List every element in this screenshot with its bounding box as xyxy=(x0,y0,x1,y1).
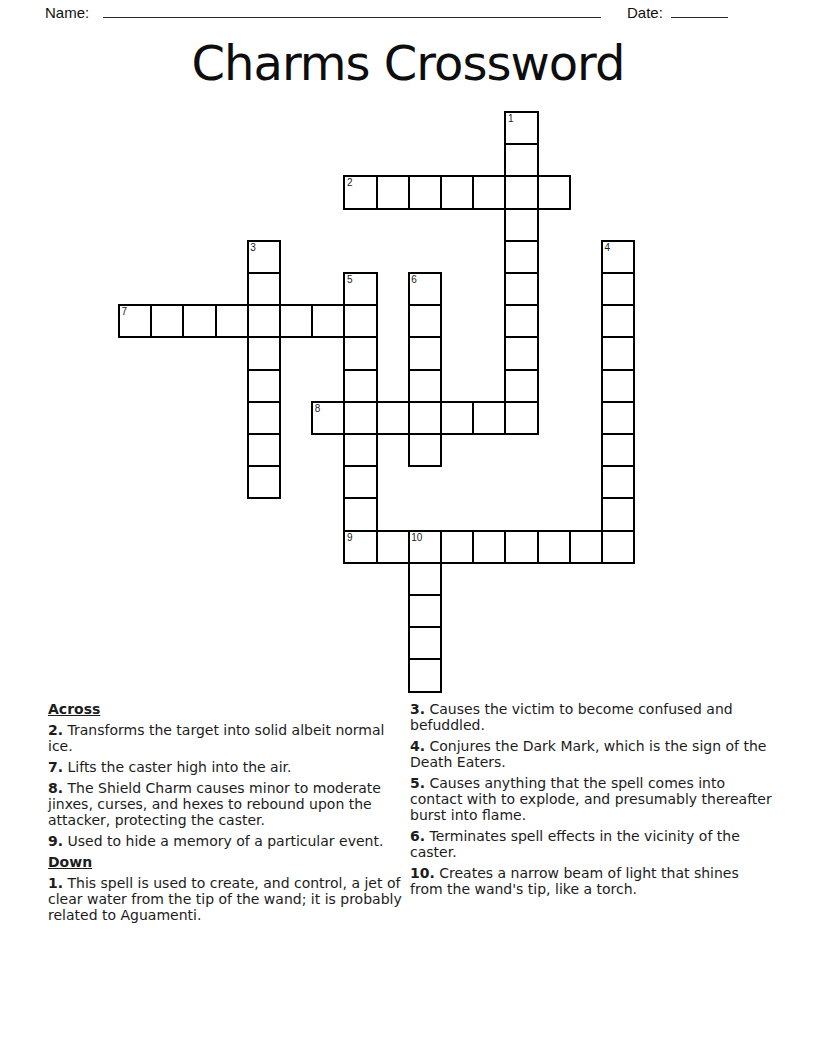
grid-cell-r16c9[interactable] xyxy=(408,626,442,660)
clue-text: Transforms the target into solid albeit … xyxy=(48,722,384,754)
grid-cell-r2c7[interactable] xyxy=(343,175,377,209)
grid-cell-r2c13[interactable] xyxy=(537,175,571,209)
across-heading: Across xyxy=(48,701,408,717)
clue-3: 3. Causes the victim to become confused … xyxy=(410,701,772,733)
grid-cell-r10c9[interactable] xyxy=(408,433,442,467)
clue-number: 10. xyxy=(410,865,435,881)
clue-4: 4. Conjures the Dark Mark, which is the … xyxy=(410,738,772,770)
grid-cell-r6c15[interactable] xyxy=(601,304,635,338)
clue-8: 8. The Shield Charm causes minor to mode… xyxy=(48,780,408,828)
grid-cell-r13c12[interactable] xyxy=(504,530,538,564)
grid-cell-r6c1[interactable] xyxy=(150,304,184,338)
grid-cell-r6c3[interactable] xyxy=(215,304,249,338)
grid-cell-r13c8[interactable] xyxy=(376,530,410,564)
clue-number: 8. xyxy=(48,780,63,796)
name-label: Name: xyxy=(45,4,89,21)
grid-cell-r0c12[interactable] xyxy=(504,111,538,145)
clue-number: 2. xyxy=(48,722,63,738)
grid-cell-r5c9[interactable] xyxy=(408,272,442,306)
grid-cell-r2c8[interactable] xyxy=(376,175,410,209)
grid-cell-r8c12[interactable] xyxy=(504,369,538,403)
page-title: Charms Crossword xyxy=(0,36,816,90)
date-fill-in-line xyxy=(671,16,728,18)
grid-cell-r11c7[interactable] xyxy=(343,465,377,499)
grid-cell-r4c15[interactable] xyxy=(601,240,635,274)
grid-cell-r9c6[interactable] xyxy=(311,401,345,435)
down-clues-list-left: 1. This spell is used to create, and con… xyxy=(48,875,408,923)
clue-text: Used to hide a memory of a particular ev… xyxy=(63,833,383,849)
down-clues-list-right: 3. Causes the victim to become confused … xyxy=(410,701,772,897)
grid-cell-r13c11[interactable] xyxy=(472,530,506,564)
clue-2: 2. Transforms the target into solid albe… xyxy=(48,722,408,754)
across-clues-list: 2. Transforms the target into solid albe… xyxy=(48,722,408,849)
clue-10: 10. Creates a narrow beam of light that … xyxy=(410,865,772,897)
grid-cell-r8c9[interactable] xyxy=(408,369,442,403)
grid-cell-r9c11[interactable] xyxy=(472,401,506,435)
clue-text: Causes the victim to become confused and… xyxy=(410,701,733,733)
grid-cell-r7c7[interactable] xyxy=(343,336,377,370)
clue-text: Lifts the caster high into the air. xyxy=(63,759,291,775)
grid-cell-r6c5[interactable] xyxy=(279,304,313,338)
clue-text: This spell is used to create, and contro… xyxy=(48,875,402,923)
grid-cell-r6c0[interactable] xyxy=(118,304,152,338)
grid-cell-r7c9[interactable] xyxy=(408,336,442,370)
grid-cell-r9c10[interactable] xyxy=(440,401,474,435)
clue-number: 6. xyxy=(410,828,425,844)
grid-cell-r11c15[interactable] xyxy=(601,465,635,499)
grid-cell-r7c4[interactable] xyxy=(247,336,281,370)
grid-cell-r6c9[interactable] xyxy=(408,304,442,338)
grid-cell-r9c8[interactable] xyxy=(376,401,410,435)
grid-cell-r13c15[interactable] xyxy=(601,530,635,564)
grid-cell-r1c12[interactable] xyxy=(504,143,538,177)
grid-cell-r8c7[interactable] xyxy=(343,369,377,403)
grid-cell-r10c4[interactable] xyxy=(247,433,281,467)
grid-cell-r10c7[interactable] xyxy=(343,433,377,467)
name-fill-in-line xyxy=(103,16,601,18)
clue-number: 9. xyxy=(48,833,63,849)
clue-5: 5. Causes anything that the spell comes … xyxy=(410,775,772,823)
grid-cell-r15c9[interactable] xyxy=(408,594,442,628)
grid-cell-r9c9[interactable] xyxy=(408,401,442,435)
clue-number: 4. xyxy=(410,738,425,754)
grid-cell-r6c2[interactable] xyxy=(182,304,216,338)
grid-cell-r12c15[interactable] xyxy=(601,497,635,531)
grid-cell-r6c4[interactable] xyxy=(247,304,281,338)
clue-1: 1. This spell is used to create, and con… xyxy=(48,875,408,923)
grid-cell-r14c9[interactable] xyxy=(408,562,442,596)
clue-9: 9. Used to hide a memory of a particular… xyxy=(48,833,408,849)
clue-number: 3. xyxy=(410,701,425,717)
grid-cell-r2c10[interactable] xyxy=(440,175,474,209)
grid-cell-r7c15[interactable] xyxy=(601,336,635,370)
grid-cell-r13c14[interactable] xyxy=(569,530,603,564)
grid-cell-r9c15[interactable] xyxy=(601,401,635,435)
grid-cell-r8c15[interactable] xyxy=(601,369,635,403)
grid-cell-r6c6[interactable] xyxy=(311,304,345,338)
grid-cell-r13c9[interactable] xyxy=(408,530,442,564)
clue-7: 7. Lifts the caster high into the air. xyxy=(48,759,408,775)
grid-cell-r5c15[interactable] xyxy=(601,272,635,306)
grid-cell-r13c7[interactable] xyxy=(343,530,377,564)
clue-number: 1. xyxy=(48,875,63,891)
clue-number: 5. xyxy=(410,775,425,791)
grid-cell-r12c7[interactable] xyxy=(343,497,377,531)
clue-6: 6. Terminates spell effects in the vicin… xyxy=(410,828,772,860)
clue-text: Creates a narrow beam of light that shin… xyxy=(410,865,739,897)
grid-cell-r6c7[interactable] xyxy=(343,304,377,338)
grid-cell-r8c4[interactable] xyxy=(247,369,281,403)
grid-cell-r11c4[interactable] xyxy=(247,465,281,499)
grid-cell-r13c10[interactable] xyxy=(440,530,474,564)
crossword-grid: 12345678910 xyxy=(118,111,635,692)
clue-text: Terminates spell effects in the vicinity… xyxy=(410,828,740,860)
grid-cell-r6c12[interactable] xyxy=(504,304,538,338)
clue-text: Conjures the Dark Mark, which is the sig… xyxy=(410,738,766,770)
grid-cell-r9c7[interactable] xyxy=(343,401,377,435)
clues-column-left: Across 2. Transforms the target into sol… xyxy=(48,701,408,928)
clue-number: 7. xyxy=(48,759,63,775)
grid-cell-r10c15[interactable] xyxy=(601,433,635,467)
grid-cell-r4c4[interactable] xyxy=(247,240,281,274)
clue-text: The Shield Charm causes minor to moderat… xyxy=(48,780,381,828)
date-label: Date: xyxy=(627,4,663,21)
clue-text: Causes anything that the spell comes int… xyxy=(410,775,772,823)
grid-cell-r7c12[interactable] xyxy=(504,336,538,370)
grid-cell-r2c9[interactable] xyxy=(408,175,442,209)
grid-cell-r2c12[interactable] xyxy=(504,175,538,209)
grid-cell-r3c12[interactable] xyxy=(504,208,538,242)
grid-cell-r5c4[interactable] xyxy=(247,272,281,306)
grid-cell-r9c4[interactable] xyxy=(247,401,281,435)
grid-cell-r17c9[interactable] xyxy=(408,658,442,692)
grid-cell-r13c13[interactable] xyxy=(537,530,571,564)
grid-cell-r2c11[interactable] xyxy=(472,175,506,209)
clues-column-right: 3. Causes the victim to become confused … xyxy=(410,701,772,902)
grid-cell-r5c12[interactable] xyxy=(504,272,538,306)
grid-cell-r4c12[interactable] xyxy=(504,240,538,274)
grid-cell-r5c7[interactable] xyxy=(343,272,377,306)
grid-cell-r9c12[interactable] xyxy=(504,401,538,435)
down-heading: Down xyxy=(48,854,408,870)
